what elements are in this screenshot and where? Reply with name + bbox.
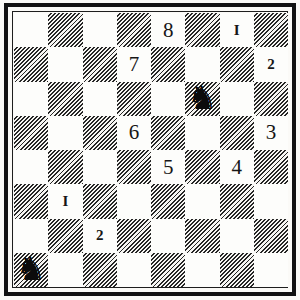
square-f7[interactable]: [185, 47, 219, 81]
square-g4[interactable]: 4: [220, 150, 254, 184]
square-c3[interactable]: [83, 184, 117, 218]
square-f4[interactable]: [185, 150, 219, 184]
square-d7[interactable]: 7: [117, 47, 151, 81]
square-d3[interactable]: [117, 184, 151, 218]
square-h4[interactable]: [254, 150, 288, 184]
square-e7[interactable]: [151, 47, 185, 81]
square-e8[interactable]: 8: [151, 13, 185, 47]
square-e2[interactable]: [151, 219, 185, 253]
square-d2[interactable]: [117, 219, 151, 253]
square-a7[interactable]: [14, 47, 48, 81]
square-h5[interactable]: 3: [254, 116, 288, 150]
square-c4[interactable]: [83, 150, 117, 184]
move-number-d5: 6: [129, 122, 140, 143]
square-c7[interactable]: [83, 47, 117, 81]
move-number-h5: 3: [266, 122, 277, 143]
square-b7[interactable]: [48, 47, 82, 81]
move-number-e4: 5: [163, 157, 174, 178]
square-h6[interactable]: [254, 82, 288, 116]
move-number-d7: 7: [129, 54, 140, 75]
square-b5[interactable]: [48, 116, 82, 150]
square-c2[interactable]: 2: [83, 219, 117, 253]
square-b8[interactable]: [48, 13, 82, 47]
move-number-b3: I: [62, 194, 68, 209]
move-number-h7: 2: [267, 57, 275, 72]
square-a2[interactable]: [14, 219, 48, 253]
square-a6[interactable]: [14, 82, 48, 116]
square-a5[interactable]: [14, 116, 48, 150]
square-a1[interactable]: ♞: [14, 253, 48, 287]
square-f3[interactable]: [185, 184, 219, 218]
square-g7[interactable]: [220, 47, 254, 81]
square-c5[interactable]: [83, 116, 117, 150]
square-f5[interactable]: [185, 116, 219, 150]
square-a3[interactable]: [14, 184, 48, 218]
square-g1[interactable]: [220, 253, 254, 287]
square-f8[interactable]: [185, 13, 219, 47]
square-d6[interactable]: [117, 82, 151, 116]
square-a4[interactable]: [14, 150, 48, 184]
move-number-c2: 2: [96, 228, 104, 243]
square-b6[interactable]: [48, 82, 82, 116]
square-g6[interactable]: [220, 82, 254, 116]
square-a8[interactable]: [14, 13, 48, 47]
black-knight-f6[interactable]: ♞: [188, 82, 218, 115]
square-b1[interactable]: [48, 253, 82, 287]
chess-board: 8I72♞6354I2♞: [14, 13, 288, 287]
square-d4[interactable]: [117, 150, 151, 184]
square-b2[interactable]: [48, 219, 82, 253]
black-knight-a1[interactable]: ♞: [16, 253, 46, 286]
square-e4[interactable]: 5: [151, 150, 185, 184]
chess-diagram: 8I72♞6354I2♞: [0, 0, 300, 300]
square-e6[interactable]: [151, 82, 185, 116]
square-g5[interactable]: [220, 116, 254, 150]
square-c1[interactable]: [83, 253, 117, 287]
square-f2[interactable]: [185, 219, 219, 253]
square-b3[interactable]: I: [48, 184, 82, 218]
square-e1[interactable]: [151, 253, 185, 287]
move-number-g4: 4: [231, 157, 242, 178]
square-d1[interactable]: [117, 253, 151, 287]
move-number-e8: 8: [163, 20, 174, 41]
square-h8[interactable]: [254, 13, 288, 47]
square-h3[interactable]: [254, 184, 288, 218]
square-h7[interactable]: 2: [254, 47, 288, 81]
square-h2[interactable]: [254, 219, 288, 253]
square-g3[interactable]: [220, 184, 254, 218]
square-h1[interactable]: [254, 253, 288, 287]
square-g8[interactable]: I: [220, 13, 254, 47]
square-e5[interactable]: [151, 116, 185, 150]
square-c8[interactable]: [83, 13, 117, 47]
square-b4[interactable]: [48, 150, 82, 184]
square-g2[interactable]: [220, 219, 254, 253]
square-d5[interactable]: 6: [117, 116, 151, 150]
square-c6[interactable]: [83, 82, 117, 116]
square-e3[interactable]: [151, 184, 185, 218]
square-d8[interactable]: [117, 13, 151, 47]
move-number-g8: I: [234, 23, 240, 38]
square-f1[interactable]: [185, 253, 219, 287]
square-f6[interactable]: ♞: [185, 82, 219, 116]
